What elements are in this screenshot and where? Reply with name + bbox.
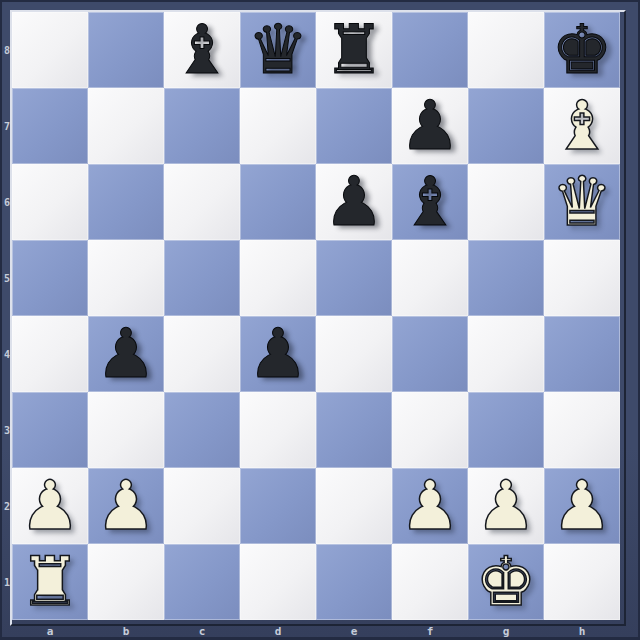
piece-black-pawn[interactable]: ♟ (248, 316, 309, 392)
square-h1[interactable] (544, 544, 620, 620)
piece-white-pawn[interactable]: ♟ (20, 468, 81, 544)
square-e8[interactable]: ♜ (316, 12, 392, 88)
square-g6[interactable] (468, 164, 544, 240)
rank-label-8: 8 (2, 12, 12, 88)
piece-white-bishop[interactable]: ♝ (552, 88, 613, 164)
rank-label-6: 6 (2, 164, 12, 240)
square-c6[interactable] (164, 164, 240, 240)
square-c1[interactable] (164, 544, 240, 620)
square-b8[interactable] (88, 12, 164, 88)
square-c3[interactable] (164, 392, 240, 468)
piece-black-king[interactable]: ♚ (552, 12, 613, 88)
square-e5[interactable] (316, 240, 392, 316)
square-d7[interactable] (240, 88, 316, 164)
square-a1[interactable]: ♜ (12, 544, 88, 620)
square-f3[interactable] (392, 392, 468, 468)
square-h2[interactable]: ♟ (544, 468, 620, 544)
piece-black-pawn[interactable]: ♟ (324, 164, 385, 240)
square-a6[interactable] (12, 164, 88, 240)
square-h7[interactable]: ♝ (544, 88, 620, 164)
square-e4[interactable] (316, 316, 392, 392)
piece-black-bishop[interactable]: ♝ (400, 164, 461, 240)
square-d4[interactable]: ♟ (240, 316, 316, 392)
square-a2[interactable]: ♟ (12, 468, 88, 544)
square-c7[interactable] (164, 88, 240, 164)
square-c2[interactable] (164, 468, 240, 544)
square-f7[interactable]: ♟ (392, 88, 468, 164)
square-g8[interactable] (468, 12, 544, 88)
rank-label-5: 5 (2, 240, 12, 316)
rank-label-3: 3 (2, 392, 12, 468)
square-f6[interactable]: ♝ (392, 164, 468, 240)
piece-white-pawn[interactable]: ♟ (96, 468, 157, 544)
square-d3[interactable] (240, 392, 316, 468)
square-h4[interactable] (544, 316, 620, 392)
piece-white-rook[interactable]: ♜ (20, 544, 81, 620)
piece-black-pawn[interactable]: ♟ (400, 88, 461, 164)
square-a8[interactable] (12, 12, 88, 88)
piece-black-pawn[interactable]: ♟ (96, 316, 157, 392)
square-f1[interactable] (392, 544, 468, 620)
square-a3[interactable] (12, 392, 88, 468)
piece-white-queen[interactable]: ♛ (552, 164, 613, 240)
square-c4[interactable] (164, 316, 240, 392)
file-label-b: b (88, 624, 164, 639)
square-g4[interactable] (468, 316, 544, 392)
square-f2[interactable]: ♟ (392, 468, 468, 544)
square-b7[interactable] (88, 88, 164, 164)
square-b3[interactable] (88, 392, 164, 468)
square-g7[interactable] (468, 88, 544, 164)
file-label-f: f (392, 624, 468, 639)
board: ♝♛♜♚♟♝♟♝♛♟♟♟♟♟♟♟♜♚ (12, 12, 620, 620)
square-d2[interactable] (240, 468, 316, 544)
rank-label-4: 4 (2, 316, 12, 392)
square-e1[interactable] (316, 544, 392, 620)
square-d6[interactable] (240, 164, 316, 240)
piece-black-rook[interactable]: ♜ (324, 12, 385, 88)
square-e7[interactable] (316, 88, 392, 164)
piece-white-pawn[interactable]: ♟ (476, 468, 537, 544)
square-h5[interactable] (544, 240, 620, 316)
square-d5[interactable] (240, 240, 316, 316)
piece-white-pawn[interactable]: ♟ (400, 468, 461, 544)
file-label-e: e (316, 624, 392, 639)
file-label-c: c (164, 624, 240, 639)
piece-black-queen[interactable]: ♛ (248, 12, 309, 88)
file-label-a: a (12, 624, 88, 639)
square-h8[interactable]: ♚ (544, 12, 620, 88)
file-label-d: d (240, 624, 316, 639)
square-c5[interactable] (164, 240, 240, 316)
square-a4[interactable] (12, 316, 88, 392)
rank-label-2: 2 (2, 468, 12, 544)
square-h3[interactable] (544, 392, 620, 468)
square-g1[interactable]: ♚ (468, 544, 544, 620)
square-g2[interactable]: ♟ (468, 468, 544, 544)
chessboard-frame: ♝♛♜♚♟♝♟♝♛♟♟♟♟♟♟♟♜♚ 87654321 abcdefgh (0, 0, 640, 640)
piece-black-bishop[interactable]: ♝ (172, 12, 233, 88)
square-e3[interactable] (316, 392, 392, 468)
square-a5[interactable] (12, 240, 88, 316)
file-label-h: h (544, 624, 620, 639)
square-h6[interactable]: ♛ (544, 164, 620, 240)
square-d8[interactable]: ♛ (240, 12, 316, 88)
piece-white-king[interactable]: ♚ (476, 544, 537, 620)
square-f4[interactable] (392, 316, 468, 392)
file-label-g: g (468, 624, 544, 639)
square-g5[interactable] (468, 240, 544, 316)
square-e6[interactable]: ♟ (316, 164, 392, 240)
square-d1[interactable] (240, 544, 316, 620)
square-b5[interactable] (88, 240, 164, 316)
square-c8[interactable]: ♝ (164, 12, 240, 88)
square-e2[interactable] (316, 468, 392, 544)
square-f8[interactable] (392, 12, 468, 88)
rank-label-7: 7 (2, 88, 12, 164)
file-labels: abcdefgh (12, 624, 620, 639)
square-f5[interactable] (392, 240, 468, 316)
square-a7[interactable] (12, 88, 88, 164)
square-b2[interactable]: ♟ (88, 468, 164, 544)
rank-label-1: 1 (2, 544, 12, 620)
square-b1[interactable] (88, 544, 164, 620)
square-g3[interactable] (468, 392, 544, 468)
rank-labels: 87654321 (2, 12, 12, 620)
piece-white-pawn[interactable]: ♟ (552, 468, 613, 544)
square-b4[interactable]: ♟ (88, 316, 164, 392)
square-b6[interactable] (88, 164, 164, 240)
